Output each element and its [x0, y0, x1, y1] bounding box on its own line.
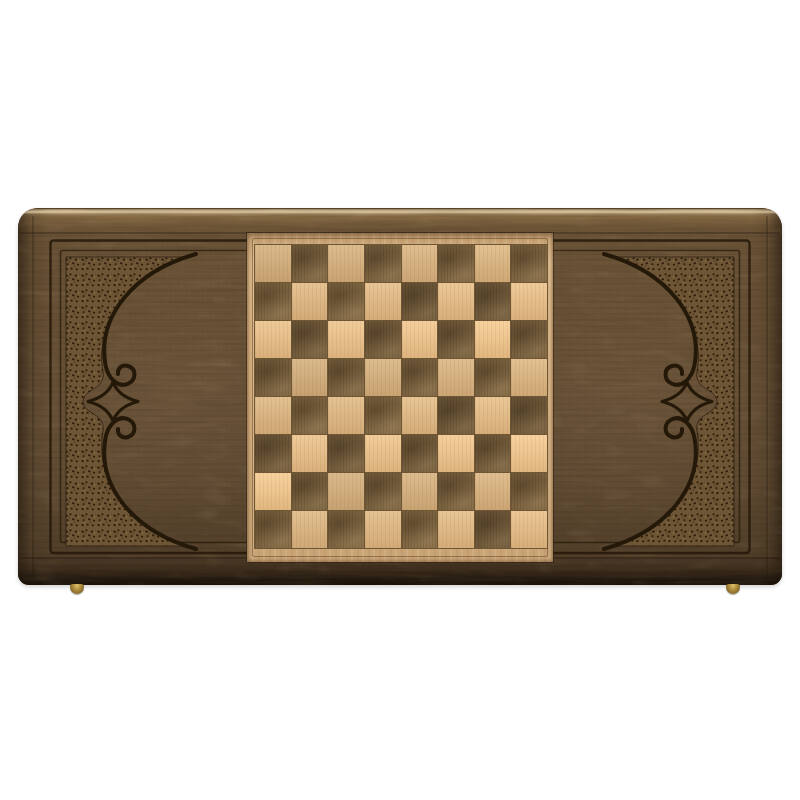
board-square [402, 473, 438, 510]
board-square [255, 321, 291, 358]
board-square [292, 473, 328, 510]
brass-foot-left [70, 584, 84, 594]
board-square [328, 359, 364, 396]
board-square [255, 359, 291, 396]
board-square [511, 473, 547, 510]
board-square [402, 321, 438, 358]
board-square [328, 473, 364, 510]
product-photo [0, 0, 800, 800]
board-square [438, 473, 474, 510]
board-square [511, 245, 547, 282]
board-square [255, 435, 291, 472]
board-square [292, 359, 328, 396]
board-square [438, 511, 474, 548]
board-square [475, 435, 511, 472]
board-square [365, 245, 401, 282]
board-square [438, 359, 474, 396]
board-square [438, 283, 474, 320]
board-square [402, 511, 438, 548]
board-square [475, 473, 511, 510]
board-square [255, 397, 291, 434]
board-square [402, 397, 438, 434]
board-square [402, 283, 438, 320]
board-square [365, 511, 401, 548]
board-square [511, 511, 547, 548]
board-square [475, 245, 511, 282]
board-square [255, 511, 291, 548]
board-square [255, 473, 291, 510]
board-square [328, 245, 364, 282]
board-square [402, 359, 438, 396]
board-square [402, 245, 438, 282]
board-square [328, 321, 364, 358]
board-square [511, 397, 547, 434]
board-square [328, 511, 364, 548]
board-square [292, 397, 328, 434]
brass-foot-right [726, 584, 740, 594]
board-square [365, 321, 401, 358]
board-square [365, 473, 401, 510]
case-left-bevel [18, 208, 48, 585]
board-square [292, 435, 328, 472]
board-square [365, 283, 401, 320]
board-square [255, 245, 291, 282]
board-square [292, 283, 328, 320]
board-square [438, 435, 474, 472]
board-square [475, 321, 511, 358]
board-square [328, 283, 364, 320]
board-square [365, 397, 401, 434]
board-square [511, 359, 547, 396]
board-square [438, 397, 474, 434]
board-square [475, 283, 511, 320]
chessboard-panel [247, 233, 553, 562]
board-square [511, 435, 547, 472]
board-square [255, 283, 291, 320]
board-square [328, 435, 364, 472]
board-square [475, 397, 511, 434]
board-square [292, 511, 328, 548]
board-square [365, 435, 401, 472]
case-top-bevel [18, 208, 782, 234]
board-square [292, 245, 328, 282]
chessboard-grid [254, 244, 548, 549]
board-square [328, 397, 364, 434]
board-square [402, 435, 438, 472]
board-square [475, 359, 511, 396]
board-square [475, 511, 511, 548]
board-square [365, 359, 401, 396]
board-square [511, 321, 547, 358]
board-square [438, 321, 474, 358]
board-square [438, 245, 474, 282]
board-square [511, 283, 547, 320]
board-square [292, 321, 328, 358]
case-right-bevel [752, 208, 782, 585]
